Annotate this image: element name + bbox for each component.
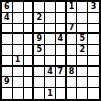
sudoku-cell-r5c2[interactable] — [13, 45, 24, 56]
sudoku-cell-r2c7[interactable] — [67, 13, 78, 24]
sudoku-cell-r1c3[interactable] — [24, 2, 35, 13]
sudoku-cell-r5c4: 5 — [34, 45, 45, 56]
sudoku-cell-r1c1: 6 — [2, 2, 13, 13]
sudoku-cell-r2c1: 4 — [2, 13, 13, 24]
sudoku-cell-r3c9[interactable] — [88, 24, 99, 35]
sudoku-cell-r3c1[interactable] — [2, 24, 13, 35]
sudoku-cell-r9c9[interactable] — [88, 88, 99, 99]
sudoku-cell-r4c4: 9 — [34, 34, 45, 45]
sudoku-cell-r6c9[interactable] — [88, 56, 99, 67]
sudoku-cell-r4c2[interactable] — [13, 34, 24, 45]
sudoku-board: 61342794552147891 — [0, 0, 101, 101]
sudoku-cell-r1c8[interactable] — [77, 2, 88, 13]
sudoku-cell-r9c4[interactable] — [34, 88, 45, 99]
sudoku-cell-r5c8: 2 — [77, 45, 88, 56]
sudoku-cell-r4c6: 4 — [56, 34, 67, 45]
sudoku-cell-r5c5[interactable] — [45, 45, 56, 56]
sudoku-cell-r6c8[interactable] — [77, 56, 88, 67]
sudoku-cell-r9c8[interactable] — [77, 88, 88, 99]
sudoku-cell-r5c9[interactable] — [88, 45, 99, 56]
sudoku-cell-r4c1[interactable] — [2, 34, 13, 45]
sudoku-cell-r3c3[interactable] — [24, 24, 35, 35]
sudoku-cell-r2c2[interactable] — [13, 13, 24, 24]
sudoku-cell-r7c5: 4 — [45, 67, 56, 78]
sudoku-cell-r1c9: 3 — [88, 2, 99, 13]
sudoku-cell-r4c8: 5 — [77, 34, 88, 45]
sudoku-cell-r9c1[interactable] — [2, 88, 13, 99]
sudoku-cell-r1c6[interactable] — [56, 2, 67, 13]
sudoku-cell-r6c1[interactable] — [2, 56, 13, 67]
sudoku-cell-r1c5[interactable] — [45, 2, 56, 13]
sudoku-cell-r9c3[interactable] — [24, 88, 35, 99]
sudoku-cell-r9c2[interactable] — [13, 88, 24, 99]
sudoku-cell-r5c7[interactable] — [67, 45, 78, 56]
sudoku-cell-r9c6[interactable] — [56, 88, 67, 99]
sudoku-cell-r2c9[interactable] — [88, 13, 99, 24]
sudoku-cell-r8c6[interactable] — [56, 77, 67, 88]
sudoku-cell-r6c4[interactable] — [34, 56, 45, 67]
sudoku-cell-r1c4[interactable] — [34, 2, 45, 13]
sudoku-cell-r7c7: 8 — [67, 67, 78, 78]
sudoku-cell-r2c8[interactable] — [77, 13, 88, 24]
sudoku-cell-r8c7[interactable] — [67, 77, 78, 88]
sudoku-cell-r7c2[interactable] — [13, 67, 24, 78]
sudoku-cell-r3c6[interactable] — [56, 24, 67, 35]
sudoku-cell-r7c3[interactable] — [24, 67, 35, 78]
sudoku-cell-r7c8[interactable] — [77, 67, 88, 78]
sudoku-cell-r1c7: 1 — [67, 2, 78, 13]
sudoku-cell-r8c2[interactable] — [13, 77, 24, 88]
sudoku-cell-r6c6[interactable] — [56, 56, 67, 67]
sudoku-cell-r3c7: 7 — [67, 24, 78, 35]
sudoku-cell-r8c3[interactable] — [24, 77, 35, 88]
sudoku-cell-r4c5[interactable] — [45, 34, 56, 45]
sudoku-cell-r5c1[interactable] — [2, 45, 13, 56]
sudoku-cell-r7c1[interactable] — [2, 67, 13, 78]
sudoku-cell-r2c4: 2 — [34, 13, 45, 24]
sudoku-cell-r3c5[interactable] — [45, 24, 56, 35]
sudoku-cell-r3c4[interactable] — [34, 24, 45, 35]
sudoku-cell-r8c8[interactable] — [77, 77, 88, 88]
sudoku-cell-r8c9[interactable] — [88, 77, 99, 88]
sudoku-cell-r8c4[interactable] — [34, 77, 45, 88]
sudoku-cell-r6c7[interactable] — [67, 56, 78, 67]
sudoku-cell-r5c6[interactable] — [56, 45, 67, 56]
sudoku-cell-r3c2[interactable] — [13, 24, 24, 35]
sudoku-cell-r7c9[interactable] — [88, 67, 99, 78]
sudoku-cell-r9c7[interactable] — [67, 88, 78, 99]
sudoku-cell-r7c4[interactable] — [34, 67, 45, 78]
sudoku-cell-r2c5[interactable] — [45, 13, 56, 24]
sudoku-cell-r3c8[interactable] — [77, 24, 88, 35]
sudoku-cell-r7c6: 7 — [56, 67, 67, 78]
sudoku-cell-r6c2: 1 — [13, 56, 24, 67]
sudoku-cell-r9c5: 1 — [45, 88, 56, 99]
sudoku-cell-r8c5[interactable] — [45, 77, 56, 88]
sudoku-cell-r2c6[interactable] — [56, 13, 67, 24]
sudoku-cell-r4c7[interactable] — [67, 34, 78, 45]
sudoku-cell-r6c5[interactable] — [45, 56, 56, 67]
sudoku-cell-r8c1: 9 — [2, 77, 13, 88]
sudoku-cell-r6c3[interactable] — [24, 56, 35, 67]
sudoku-cell-r4c3[interactable] — [24, 34, 35, 45]
sudoku-cell-r2c3[interactable] — [24, 13, 35, 24]
sudoku-cell-r1c2[interactable] — [13, 2, 24, 13]
sudoku-cell-r4c9[interactable] — [88, 34, 99, 45]
sudoku-cell-r5c3[interactable] — [24, 45, 35, 56]
